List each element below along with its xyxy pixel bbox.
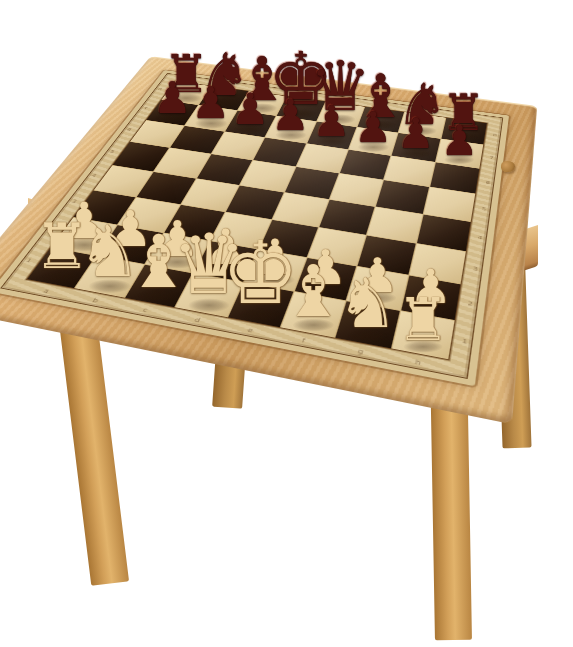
file-label-b: b bbox=[91, 298, 99, 304]
file-label-f: f bbox=[301, 338, 306, 345]
rank-label-6-left: 6 bbox=[126, 128, 132, 132]
file-label-g: g bbox=[357, 349, 364, 356]
square-f1 bbox=[281, 292, 346, 338]
rank-label-2-left: 2 bbox=[48, 228, 56, 233]
rank-label-7-left: 7 bbox=[142, 107, 148, 111]
file-label-c: c bbox=[141, 307, 148, 313]
chess-table-photo: abcdefgh1122334455667788 ♜♞♝♚♛♝♞♜♟♟♟♟♟♟♟… bbox=[0, 0, 573, 647]
rank-label-8-left: 8 bbox=[157, 88, 163, 91]
rank-label-4-right: 4 bbox=[477, 236, 483, 241]
chess-board-grid bbox=[27, 81, 487, 359]
square-h1 bbox=[392, 311, 455, 359]
rank-label-2-right: 2 bbox=[467, 301, 473, 307]
file-label-e: e bbox=[246, 327, 253, 334]
square-g1 bbox=[336, 301, 400, 348]
rank-label-3-right: 3 bbox=[472, 267, 478, 273]
rank-label-8-right: 8 bbox=[493, 134, 498, 138]
rank-label-7-right: 7 bbox=[489, 156, 494, 160]
file-label-d: d bbox=[193, 317, 201, 324]
rank-label-4-left: 4 bbox=[90, 174, 97, 178]
rank-label-3-left: 3 bbox=[70, 200, 77, 205]
rank-label-6-right: 6 bbox=[485, 181, 490, 186]
file-label-h: h bbox=[414, 359, 421, 366]
board-lift-knob bbox=[501, 161, 515, 172]
rank-label-1-right: 1 bbox=[462, 338, 468, 345]
file-label-a: a bbox=[42, 288, 50, 294]
rank-label-5-right: 5 bbox=[481, 207, 486, 212]
rank-label-1-left: 1 bbox=[24, 258, 32, 264]
rank-label-5-left: 5 bbox=[109, 150, 116, 154]
board-coordinate-border: abcdefgh1122334455667788 bbox=[0, 73, 503, 379]
